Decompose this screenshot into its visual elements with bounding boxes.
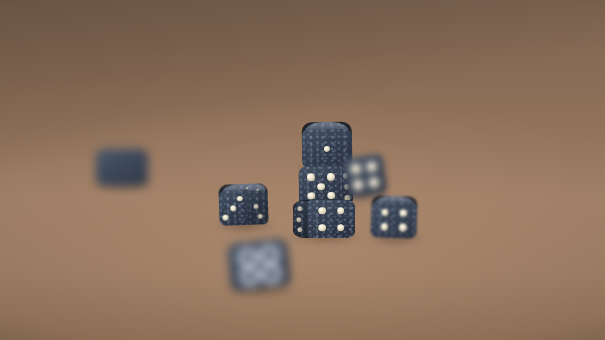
pip (337, 207, 345, 215)
pip (246, 188, 248, 189)
pip (366, 161, 378, 173)
pip (399, 224, 407, 232)
pip (350, 163, 362, 175)
pip (317, 183, 325, 191)
mid-left-die-face-right (247, 190, 268, 225)
pip (327, 173, 335, 181)
pip (381, 209, 389, 217)
pip (258, 214, 263, 219)
pip (297, 206, 302, 211)
pip (337, 224, 345, 232)
behind-stack-die (342, 153, 387, 198)
foreground-die (227, 238, 292, 292)
pip (384, 200, 385, 201)
pip (381, 223, 389, 231)
pip (260, 262, 283, 285)
pip (324, 146, 330, 152)
mid-left-die-face-frontL (219, 190, 251, 226)
pip (238, 264, 261, 287)
pip (237, 196, 243, 202)
pip (318, 207, 326, 215)
pip (297, 227, 302, 232)
pip (318, 224, 326, 232)
behind-stack-die-face-front (342, 153, 387, 198)
pip (327, 191, 335, 199)
back-left-die-face-front (96, 149, 148, 186)
stack-bottom-die-face-front (308, 200, 355, 238)
foreground-die-face-front (227, 238, 292, 292)
pip (230, 206, 236, 212)
right-die-face-front (370, 202, 417, 239)
mid-left-die (218, 183, 268, 226)
pip (368, 177, 380, 189)
pip (223, 215, 229, 221)
pip (307, 174, 315, 182)
back-left-die (96, 149, 148, 186)
pip (352, 179, 364, 191)
dice-photo-scene (0, 0, 605, 340)
pip (296, 217, 301, 222)
pip (308, 192, 316, 200)
right-die (370, 195, 417, 239)
pip (399, 209, 407, 217)
stack-bottom-die (293, 200, 355, 238)
pip (253, 204, 258, 209)
